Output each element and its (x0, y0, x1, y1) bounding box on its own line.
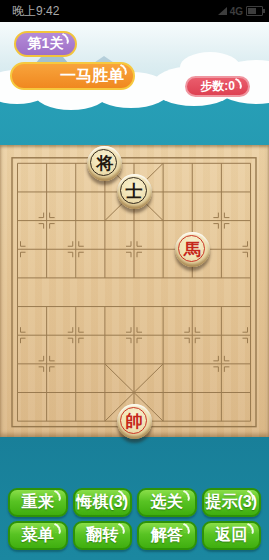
button-label: 选关 (151, 492, 183, 513)
steps-badge: 步数:0 (185, 76, 250, 97)
piece-ring (178, 235, 205, 262)
puzzle-title-label: 一马胜单 (60, 66, 124, 87)
steps-label: 步数:0 (200, 78, 235, 95)
button-label: 返回 (215, 525, 247, 546)
button-label: 重来 (22, 492, 54, 513)
battery-icon (246, 6, 263, 16)
menu-button[interactable]: 菜单 (8, 521, 68, 550)
hint-button[interactable]: 提示(3) (202, 488, 262, 517)
piece-black-advisor[interactable]: 士 (117, 174, 152, 209)
select-level-button[interactable]: 选关 (137, 488, 197, 517)
puzzle-title-badge: 一马胜单 (10, 62, 135, 90)
network-label: 4G (230, 6, 243, 17)
button-label: 解答 (151, 525, 183, 546)
signal-icon (218, 7, 227, 15)
xiangqi-board[interactable]: 将士馬帥 (0, 145, 269, 437)
piece-layer: 将士馬帥 (3, 149, 265, 435)
piece-red-horse[interactable]: 馬 (175, 232, 210, 267)
restart-button[interactable]: 重来 (8, 488, 68, 517)
piece-red-general[interactable]: 帥 (117, 404, 152, 439)
flip-button[interactable]: 翻转 (73, 521, 133, 550)
control-bar: 重来悔棋(3)选关提示(3)菜单翻转解答返回 (8, 488, 261, 550)
piece-black-general[interactable]: 将 (87, 146, 122, 181)
solution-button[interactable]: 解答 (137, 521, 197, 550)
piece-ring (120, 177, 147, 204)
button-label: 翻转 (86, 525, 118, 546)
level-badge: 第1关 (14, 31, 77, 57)
button-label: 菜单 (22, 525, 54, 546)
undo-button[interactable]: 悔棋(3) (73, 488, 133, 517)
clock: 晚上9:42 (12, 3, 59, 20)
back-button[interactable]: 返回 (202, 521, 262, 550)
status-bar: 晚上9:42 4G (0, 0, 269, 22)
piece-ring (120, 407, 147, 434)
app-background: 晚上9:42 4G 第1关 一马胜单 步数:0 将士馬帥 重来悔棋(3)选关提示… (0, 0, 269, 560)
level-badge-label: 第1关 (28, 35, 64, 53)
